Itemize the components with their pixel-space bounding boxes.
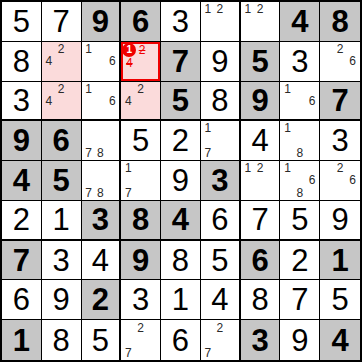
candidate-grid: 26: [321, 43, 359, 80]
candidate-1: 1: [83, 83, 95, 95]
cell-value: 7: [251, 204, 268, 235]
candidate-1: 1: [83, 43, 95, 55]
cell-r1c3[interactable]: 9: [82, 2, 122, 42]
hint-eliminated-candidate: 2: [136, 43, 147, 57]
cell-r2c9[interactable]: 26: [320, 42, 360, 82]
cell-r2c4[interactable]: 124: [121, 42, 161, 82]
cell-value: 3: [53, 245, 70, 276]
cell-value: 5: [92, 325, 109, 356]
cell-r1c6[interactable]: 12: [201, 2, 241, 42]
candidate-2: 2: [55, 83, 67, 95]
cell-r4c7[interactable]: 4: [241, 121, 281, 161]
cell-r5c6[interactable]: 3: [201, 161, 241, 201]
cell-r6c5[interactable]: 4: [161, 201, 201, 241]
sudoku-board: 5796312124882416124795326324162458916796…: [0, 0, 362, 362]
cell-value: 2: [172, 125, 189, 156]
cell-r1c9[interactable]: 8: [320, 2, 360, 42]
cell-r5c3[interactable]: 78: [82, 161, 122, 201]
candidate-grid: 27: [202, 321, 238, 359]
cell-value: 9: [331, 204, 348, 235]
candidate-2: 2: [214, 3, 226, 15]
cell-r7c8[interactable]: 2: [280, 241, 320, 281]
cell-r2c6[interactable]: 9: [201, 42, 241, 82]
cell-value: 9: [132, 245, 149, 276]
cell-r1c5[interactable]: 3: [161, 2, 201, 42]
candidate-8: 8: [94, 147, 106, 159]
cell-value: 2: [291, 245, 308, 276]
candidate-6: 6: [106, 95, 118, 107]
cell-value: 8: [132, 204, 149, 235]
candidate-1: 1: [281, 83, 293, 95]
cell-r1c2[interactable]: 7: [42, 2, 82, 42]
cell-r8c7[interactable]: 8: [241, 280, 281, 320]
cell-r9c7[interactable]: 3: [241, 320, 281, 360]
hint-eliminated-candidate: 4: [122, 57, 136, 69]
candidate-grid: 16: [281, 83, 318, 119]
cell-r5c2[interactable]: 5: [42, 161, 82, 201]
cell-r3c3[interactable]: 16: [82, 82, 122, 122]
candidate-2: 2: [254, 3, 266, 15]
candidate-6: 6: [306, 95, 318, 107]
cell-r9c4[interactable]: 27: [121, 320, 161, 360]
candidate-grid: 78: [83, 122, 119, 159]
cell-value: 3: [92, 204, 109, 235]
candidate-grid: 168: [281, 162, 318, 199]
cell-value: 9: [172, 165, 189, 196]
cell-r6c9[interactable]: 9: [320, 201, 360, 241]
cell-r3c7[interactable]: 9: [241, 82, 281, 122]
candidate-4: 4: [122, 95, 134, 107]
candidate-grid: 17: [202, 122, 238, 159]
candidate-grid: 16: [83, 83, 119, 119]
candidate-1: 1: [242, 162, 254, 174]
cell-r8c9[interactable]: 5: [320, 280, 360, 320]
cell-value: 3: [132, 284, 149, 315]
cell-value: 8: [331, 6, 348, 37]
cell-value: 1: [13, 325, 30, 356]
cell-value: 7: [331, 85, 348, 116]
cell-r8c4[interactable]: 3: [121, 280, 161, 320]
cell-value: 1: [331, 245, 348, 276]
candidate-grid: 17: [122, 162, 159, 199]
cell-value: 5: [132, 125, 149, 156]
candidate-2: 2: [135, 321, 147, 334]
candidate-grid: 78: [83, 162, 119, 199]
cell-value: 3: [13, 85, 30, 116]
cell-value: 5: [331, 284, 348, 315]
cell-r3c2[interactable]: 24: [42, 82, 82, 122]
candidate-2: 2: [334, 43, 347, 55]
candidate-6: 6: [306, 174, 318, 186]
cell-r2c3[interactable]: 16: [82, 42, 122, 82]
cell-r6c7[interactable]: 7: [241, 201, 281, 241]
cell-value: 9: [13, 125, 30, 156]
candidate-7: 7: [202, 346, 214, 359]
cell-value: 3: [251, 325, 268, 356]
candidate-grid: 24: [43, 43, 80, 80]
candidate-grid: 16: [83, 43, 119, 80]
cell-value: 7: [13, 245, 30, 276]
cell-value: 4: [251, 125, 268, 156]
candidate-1: 1: [202, 122, 214, 134]
cell-r9c1[interactable]: 1: [2, 320, 42, 360]
cell-value: 6: [132, 6, 149, 37]
cell-r2c1[interactable]: 8: [2, 42, 42, 82]
cell-value: 3: [291, 46, 308, 77]
candidate-6: 6: [106, 55, 118, 67]
cell-value: 2: [13, 204, 30, 235]
cell-r9c3[interactable]: 5: [82, 320, 122, 360]
cell-r6c1[interactable]: 2: [2, 201, 42, 241]
cell-r9c9[interactable]: 4: [320, 320, 360, 360]
candidate-6: 6: [346, 55, 359, 67]
cell-value: 5: [291, 204, 308, 235]
cell-r5c9[interactable]: 26: [320, 161, 360, 201]
cell-r2c8[interactable]: 3: [280, 42, 320, 82]
cell-value: 9: [251, 85, 268, 116]
candidate-grid: 24: [43, 83, 80, 119]
hint-circled-candidate: 1: [122, 43, 136, 57]
cell-r5c5[interactable]: 9: [161, 161, 201, 201]
candidate-2: 2: [135, 83, 147, 95]
cell-value: 5: [251, 46, 268, 77]
cell-r1c4[interactable]: 6: [121, 2, 161, 42]
cell-r3c9[interactable]: 7: [320, 82, 360, 122]
candidate-1: 1: [281, 122, 293, 134]
cell-r7c9[interactable]: 1: [320, 241, 360, 281]
cell-r3c1[interactable]: 3: [2, 82, 42, 122]
cell-r7c3[interactable]: 4: [82, 241, 122, 281]
cell-r5c7[interactable]: 12: [241, 161, 281, 201]
cell-value: 1: [53, 204, 70, 235]
cell-value: 3: [172, 6, 189, 37]
cell-r7c5[interactable]: 8: [161, 241, 201, 281]
cell-r4c6[interactable]: 17: [201, 121, 241, 161]
candidate-7: 7: [83, 187, 95, 199]
candidate-grid: 26: [321, 162, 359, 199]
candidate-7: 7: [122, 346, 134, 359]
cell-value: 9: [291, 325, 308, 356]
cell-r3c4[interactable]: 24: [121, 82, 161, 122]
cell-value: 7: [291, 284, 308, 315]
cell-r5c1[interactable]: 4: [2, 161, 42, 201]
cell-value: 5: [211, 245, 228, 276]
cell-value: 4: [331, 325, 348, 356]
candidate-grid: 18: [281, 122, 318, 159]
circled-digit: 1: [122, 43, 136, 57]
cell-value: 3: [331, 125, 348, 156]
cell-value: 6: [13, 284, 30, 315]
cell-r1c7[interactable]: 12: [241, 2, 281, 42]
candidate-grid: 27: [122, 321, 159, 359]
cell-value: 9: [211, 46, 228, 77]
cell-value: 4: [291, 6, 308, 37]
cell-r8c5[interactable]: 1: [161, 280, 201, 320]
candidate-2: 2: [214, 321, 226, 334]
cell-r4c3[interactable]: 78: [82, 121, 122, 161]
candidate-grid: 12: [242, 162, 279, 199]
cell-value: 4: [92, 245, 109, 276]
cell-r4c1[interactable]: 9: [2, 121, 42, 161]
cell-value: 8: [211, 85, 228, 116]
cell-r1c1[interactable]: 5: [2, 2, 42, 42]
cell-r9c2[interactable]: 8: [42, 320, 82, 360]
cell-r5c8[interactable]: 168: [280, 161, 320, 201]
cell-value: 4: [211, 284, 228, 315]
cell-r7c1[interactable]: 7: [2, 241, 42, 281]
candidate-4: 4: [43, 95, 55, 107]
cell-r6c6[interactable]: 6: [201, 201, 241, 241]
cell-value: 5: [13, 6, 30, 37]
cell-value: 5: [53, 165, 70, 196]
cell-value: 7: [172, 46, 189, 77]
cell-value: 2: [92, 284, 109, 315]
candidate-7: 7: [83, 147, 95, 159]
candidate-1: 1: [202, 3, 214, 15]
candidate-7: 7: [122, 187, 134, 199]
candidate-2: 2: [254, 162, 266, 174]
candidate-2: 2: [55, 43, 67, 55]
cell-r1c8[interactable]: 4: [280, 2, 320, 42]
cell-r8c2[interactable]: 9: [42, 280, 82, 320]
cell-value: 9: [53, 284, 70, 315]
cell-r8c3[interactable]: 2: [82, 280, 122, 320]
cell-value: 6: [172, 325, 189, 356]
candidate-8: 8: [294, 147, 306, 159]
cell-r9c6[interactable]: 27: [201, 320, 241, 360]
candidate-1: 1: [242, 3, 254, 15]
candidate-grid: 12: [242, 3, 279, 40]
cell-r6c3[interactable]: 3: [82, 201, 122, 241]
cell-r8c8[interactable]: 7: [280, 280, 320, 320]
cell-value: 8: [13, 46, 30, 77]
cell-r3c5[interactable]: 5: [161, 82, 201, 122]
cell-r2c2[interactable]: 24: [42, 42, 82, 82]
cell-value: 8: [53, 325, 70, 356]
cell-value: 9: [92, 6, 109, 37]
cell-r4c5[interactable]: 2: [161, 121, 201, 161]
cell-r9c5[interactable]: 6: [161, 320, 201, 360]
cell-value: 6: [211, 204, 228, 235]
candidate-grid: 124: [122, 43, 159, 80]
candidate-8: 8: [294, 187, 306, 199]
cell-r2c5[interactable]: 7: [161, 42, 201, 82]
cell-r8c6[interactable]: 4: [201, 280, 241, 320]
cell-r7c7[interactable]: 6: [241, 241, 281, 281]
cell-value: 4: [13, 165, 30, 196]
cell-r4c4[interactable]: 5: [121, 121, 161, 161]
cell-r9c8[interactable]: 9: [280, 320, 320, 360]
cell-r4c2[interactable]: 6: [42, 121, 82, 161]
cell-r5c4[interactable]: 17: [121, 161, 161, 201]
cell-r3c8[interactable]: 16: [280, 82, 320, 122]
candidate-grid: 12: [202, 3, 238, 40]
cell-value: 7: [53, 6, 70, 37]
candidate-6: 6: [346, 174, 359, 186]
cell-r3c6[interactable]: 8: [201, 82, 241, 122]
candidate-1: 1: [122, 162, 134, 174]
cell-value: 4: [172, 204, 189, 235]
candidate-4: 4: [43, 55, 55, 67]
cell-r8c1[interactable]: 6: [2, 280, 42, 320]
candidate-grid: 24: [122, 83, 159, 119]
cell-r7c6[interactable]: 5: [201, 241, 241, 281]
candidate-8: 8: [94, 187, 106, 199]
candidate-2: 2: [334, 162, 347, 174]
cell-value: 3: [211, 165, 228, 196]
cell-r7c2[interactable]: 3: [42, 241, 82, 281]
cell-r6c2[interactable]: 1: [42, 201, 82, 241]
cell-value: 1: [172, 284, 189, 315]
cell-r2c7[interactable]: 5: [241, 42, 281, 82]
candidate-7: 7: [202, 147, 214, 159]
cell-value: 8: [251, 284, 268, 315]
cell-value: 5: [172, 85, 189, 116]
cell-value: 6: [251, 245, 268, 276]
cell-r4c9[interactable]: 3: [320, 121, 360, 161]
cell-r6c4[interactable]: 8: [121, 201, 161, 241]
cell-value: 6: [53, 125, 70, 156]
cell-value: 8: [172, 245, 189, 276]
cell-r4c8[interactable]: 18: [280, 121, 320, 161]
cell-r7c4[interactable]: 9: [121, 241, 161, 281]
candidate-1: 1: [281, 162, 293, 174]
cell-r6c8[interactable]: 5: [280, 201, 320, 241]
